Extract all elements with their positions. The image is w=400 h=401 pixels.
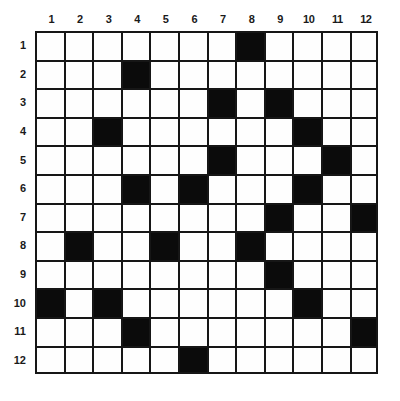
cell-r6c11[interactable] bbox=[321, 174, 350, 203]
black-cell-r6c4 bbox=[121, 174, 150, 203]
cell-r1c2[interactable] bbox=[64, 31, 93, 60]
cell-r10c2[interactable] bbox=[64, 288, 93, 317]
black-cell-r8c8 bbox=[235, 231, 264, 260]
col-label-1: 1 bbox=[37, 13, 66, 25]
cell-r3c2[interactable] bbox=[64, 88, 93, 117]
cell-r3c3[interactable] bbox=[92, 88, 121, 117]
cell-r5c9[interactable] bbox=[264, 145, 293, 174]
col-label-12: 12 bbox=[352, 13, 381, 25]
cell-r4c7[interactable] bbox=[207, 117, 236, 146]
black-cell-r4c10 bbox=[292, 117, 321, 146]
black-cell-r3c7 bbox=[207, 88, 236, 117]
cell-r7c11[interactable] bbox=[321, 203, 350, 232]
black-cell-r10c10 bbox=[292, 288, 321, 317]
cell-r4c11[interactable] bbox=[321, 117, 350, 146]
cell-r3c5[interactable] bbox=[149, 88, 178, 117]
cell-r8c1[interactable] bbox=[35, 231, 64, 260]
cell-r2c9[interactable] bbox=[264, 60, 293, 89]
cell-r8c11[interactable] bbox=[321, 231, 350, 260]
grid-row-10: 10 bbox=[1, 288, 380, 317]
cell-r9c6[interactable] bbox=[178, 260, 207, 289]
cell-r6c2[interactable] bbox=[64, 174, 93, 203]
cell-r12c8[interactable] bbox=[235, 346, 264, 375]
row-label-8: 8 bbox=[1, 231, 35, 260]
cell-r2c6[interactable] bbox=[178, 60, 207, 89]
cell-r5c3[interactable] bbox=[92, 145, 121, 174]
cell-r4c5[interactable] bbox=[149, 117, 178, 146]
cell-r4c9[interactable] bbox=[264, 117, 293, 146]
cell-r11c2[interactable] bbox=[64, 317, 93, 346]
cell-r12c11[interactable] bbox=[321, 346, 350, 375]
cell-r3c10[interactable] bbox=[292, 88, 321, 117]
grid-row-3: 3 bbox=[1, 88, 380, 117]
cell-r4c6[interactable] bbox=[178, 117, 207, 146]
black-cell-r12c6 bbox=[178, 346, 207, 375]
cell-r5c6[interactable] bbox=[178, 145, 207, 174]
cell-r8c12[interactable] bbox=[350, 231, 379, 260]
cell-r5c1[interactable] bbox=[35, 145, 64, 174]
cell-r1c4[interactable] bbox=[121, 31, 150, 60]
black-cell-r5c7 bbox=[207, 145, 236, 174]
cell-r1c3[interactable] bbox=[92, 31, 121, 60]
grid-row-7: 7 bbox=[1, 203, 380, 232]
row-label-5: 5 bbox=[1, 145, 35, 174]
cell-r12c12[interactable] bbox=[350, 346, 379, 375]
black-cell-r1c8 bbox=[235, 31, 264, 60]
row-label-6: 6 bbox=[1, 174, 35, 203]
cell-r1c11[interactable] bbox=[321, 31, 350, 60]
black-cell-r2c4 bbox=[121, 60, 150, 89]
column-labels: 123456789101112 bbox=[37, 6, 380, 31]
cell-r3c12[interactable] bbox=[350, 88, 379, 117]
cell-r9c11[interactable] bbox=[321, 260, 350, 289]
cell-r10c4[interactable] bbox=[121, 288, 150, 317]
cell-r4c12[interactable] bbox=[350, 117, 379, 146]
cell-r6c12[interactable] bbox=[350, 174, 379, 203]
cell-r10c7[interactable] bbox=[207, 288, 236, 317]
cell-r7c8[interactable] bbox=[235, 203, 264, 232]
cell-r1c7[interactable] bbox=[207, 31, 236, 60]
cell-r7c10[interactable] bbox=[292, 203, 321, 232]
row-label-12: 12 bbox=[1, 346, 35, 375]
cell-r11c7[interactable] bbox=[207, 317, 236, 346]
black-cell-r3c9 bbox=[264, 88, 293, 117]
cell-r9c3[interactable] bbox=[92, 260, 121, 289]
cell-r11c1[interactable] bbox=[35, 317, 64, 346]
row-label-11: 11 bbox=[1, 317, 35, 346]
row-label-10: 10 bbox=[1, 288, 35, 317]
cell-r10c6[interactable] bbox=[178, 288, 207, 317]
cell-r10c11[interactable] bbox=[321, 288, 350, 317]
cell-r5c8[interactable] bbox=[235, 145, 264, 174]
cell-r12c10[interactable] bbox=[292, 346, 321, 375]
row-label-1: 1 bbox=[1, 31, 35, 60]
cell-r9c10[interactable] bbox=[292, 260, 321, 289]
black-cell-r8c2 bbox=[64, 231, 93, 260]
cell-r6c9[interactable] bbox=[264, 174, 293, 203]
col-label-3: 3 bbox=[94, 13, 123, 25]
cell-r5c10[interactable] bbox=[292, 145, 321, 174]
cell-r7c4[interactable] bbox=[121, 203, 150, 232]
cell-r11c11[interactable] bbox=[321, 317, 350, 346]
grid-row-8: 8 bbox=[1, 231, 380, 260]
cell-r8c6[interactable] bbox=[178, 231, 207, 260]
cell-r11c10[interactable] bbox=[292, 317, 321, 346]
grid-row-12: 12 bbox=[1, 346, 380, 375]
cell-r3c1[interactable] bbox=[35, 88, 64, 117]
row-label-7: 7 bbox=[1, 203, 35, 232]
cell-r5c5[interactable] bbox=[149, 145, 178, 174]
cell-r9c2[interactable] bbox=[64, 260, 93, 289]
cell-r8c4[interactable] bbox=[121, 231, 150, 260]
cell-r5c2[interactable] bbox=[64, 145, 93, 174]
cell-r6c5[interactable] bbox=[149, 174, 178, 203]
cell-r7c2[interactable] bbox=[64, 203, 93, 232]
grid-row-4: 4 bbox=[1, 117, 380, 146]
black-cell-r11c12 bbox=[350, 317, 379, 346]
cell-r2c2[interactable] bbox=[64, 60, 93, 89]
black-cell-r10c3 bbox=[92, 288, 121, 317]
cell-r11c8[interactable] bbox=[235, 317, 264, 346]
grid-row-9: 9 bbox=[1, 260, 380, 289]
cell-r3c11[interactable] bbox=[321, 88, 350, 117]
cell-r4c1[interactable] bbox=[35, 117, 64, 146]
cell-r10c9[interactable] bbox=[264, 288, 293, 317]
cell-r1c9[interactable] bbox=[264, 31, 293, 60]
black-cell-r6c6 bbox=[178, 174, 207, 203]
cell-r4c8[interactable] bbox=[235, 117, 264, 146]
cell-r12c4[interactable] bbox=[121, 346, 150, 375]
cell-r1c12[interactable] bbox=[350, 31, 379, 60]
cell-r2c11[interactable] bbox=[321, 60, 350, 89]
cell-r6c7[interactable] bbox=[207, 174, 236, 203]
cell-r11c6[interactable] bbox=[178, 317, 207, 346]
cell-r9c5[interactable] bbox=[149, 260, 178, 289]
cell-r2c8[interactable] bbox=[235, 60, 264, 89]
cell-r8c3[interactable] bbox=[92, 231, 121, 260]
cell-r2c1[interactable] bbox=[35, 60, 64, 89]
cell-r1c10[interactable] bbox=[292, 31, 321, 60]
col-label-6: 6 bbox=[180, 13, 209, 25]
cell-r7c3[interactable] bbox=[92, 203, 121, 232]
crossword-board: 123456789101112 123456789101112 bbox=[1, 6, 380, 374]
cell-r7c7[interactable] bbox=[207, 203, 236, 232]
col-label-4: 4 bbox=[123, 13, 152, 25]
cell-r10c5[interactable] bbox=[149, 288, 178, 317]
row-label-2: 2 bbox=[1, 60, 35, 89]
cell-r6c8[interactable] bbox=[235, 174, 264, 203]
cell-r12c5[interactable] bbox=[149, 346, 178, 375]
cell-r7c5[interactable] bbox=[149, 203, 178, 232]
cell-r5c4[interactable] bbox=[121, 145, 150, 174]
black-cell-r7c12 bbox=[350, 203, 379, 232]
row-label-4: 4 bbox=[1, 117, 35, 146]
cell-r8c7[interactable] bbox=[207, 231, 236, 260]
black-cell-r10c1 bbox=[35, 288, 64, 317]
col-label-7: 7 bbox=[209, 13, 238, 25]
cell-r2c5[interactable] bbox=[149, 60, 178, 89]
cell-r1c6[interactable] bbox=[178, 31, 207, 60]
cell-r3c6[interactable] bbox=[178, 88, 207, 117]
col-label-10: 10 bbox=[294, 13, 323, 25]
cell-r12c2[interactable] bbox=[64, 346, 93, 375]
cell-r11c9[interactable] bbox=[264, 317, 293, 346]
cell-r1c1[interactable] bbox=[35, 31, 64, 60]
cell-r9c8[interactable] bbox=[235, 260, 264, 289]
cell-r12c1[interactable] bbox=[35, 346, 64, 375]
black-cell-r5c11 bbox=[321, 145, 350, 174]
grid-row-5: 5 bbox=[1, 145, 380, 174]
cell-r4c2[interactable] bbox=[64, 117, 93, 146]
cell-r6c3[interactable] bbox=[92, 174, 121, 203]
cell-r12c7[interactable] bbox=[207, 346, 236, 375]
grid-row-11: 11 bbox=[1, 317, 380, 346]
cell-r11c5[interactable] bbox=[149, 317, 178, 346]
col-label-11: 11 bbox=[323, 13, 352, 25]
col-label-9: 9 bbox=[266, 13, 295, 25]
cell-r8c9[interactable] bbox=[264, 231, 293, 260]
cell-r2c3[interactable] bbox=[92, 60, 121, 89]
col-label-2: 2 bbox=[66, 13, 95, 25]
grid-rows: 123456789101112 bbox=[1, 31, 380, 374]
cell-r1c5[interactable] bbox=[149, 31, 178, 60]
black-cell-r4c3 bbox=[92, 117, 121, 146]
grid-row-2: 2 bbox=[1, 60, 380, 89]
cell-r8c10[interactable] bbox=[292, 231, 321, 260]
cell-r6c1[interactable] bbox=[35, 174, 64, 203]
black-cell-r8c5 bbox=[149, 231, 178, 260]
row-label-3: 3 bbox=[1, 88, 35, 117]
cell-r10c8[interactable] bbox=[235, 288, 264, 317]
cell-r9c12[interactable] bbox=[350, 260, 379, 289]
cell-r4c4[interactable] bbox=[121, 117, 150, 146]
cell-r12c3[interactable] bbox=[92, 346, 121, 375]
cell-r10c12[interactable] bbox=[350, 288, 379, 317]
grid-row-1: 1 bbox=[1, 31, 380, 60]
cell-r2c10[interactable] bbox=[292, 60, 321, 89]
row-label-9: 9 bbox=[1, 260, 35, 289]
col-label-5: 5 bbox=[151, 13, 180, 25]
cell-r3c8[interactable] bbox=[235, 88, 264, 117]
cell-r5c12[interactable] bbox=[350, 145, 379, 174]
black-cell-r11c4 bbox=[121, 317, 150, 346]
cell-r3c4[interactable] bbox=[121, 88, 150, 117]
cell-r2c12[interactable] bbox=[350, 60, 379, 89]
grid-row-6: 6 bbox=[1, 174, 380, 203]
cell-r12c9[interactable] bbox=[264, 346, 293, 375]
black-cell-r6c10 bbox=[292, 174, 321, 203]
cell-r7c1[interactable] bbox=[35, 203, 64, 232]
col-label-8: 8 bbox=[237, 13, 266, 25]
cell-r9c7[interactable] bbox=[207, 260, 236, 289]
cell-r11c3[interactable] bbox=[92, 317, 121, 346]
black-cell-r9c9 bbox=[264, 260, 293, 289]
cell-r7c6[interactable] bbox=[178, 203, 207, 232]
cell-r2c7[interactable] bbox=[207, 60, 236, 89]
cell-r9c4[interactable] bbox=[121, 260, 150, 289]
cell-r9c1[interactable] bbox=[35, 260, 64, 289]
black-cell-r7c9 bbox=[264, 203, 293, 232]
